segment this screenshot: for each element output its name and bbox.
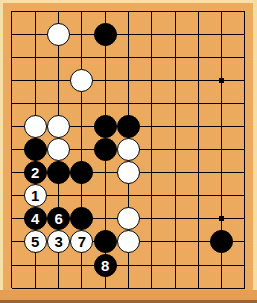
- white-stone: [70, 69, 93, 92]
- white-stone: 1: [24, 184, 47, 207]
- intersection[interactable]: [0, 69, 23, 92]
- move-number-label: 5: [31, 233, 39, 250]
- white-stone: [47, 138, 70, 161]
- intersection[interactable]: [163, 115, 186, 138]
- intersection[interactable]: [210, 207, 233, 230]
- intersection[interactable]: [0, 161, 23, 184]
- white-stone: [117, 138, 140, 161]
- black-stone: [94, 23, 117, 46]
- move-number-label: 8: [101, 257, 109, 274]
- black-stone: [210, 230, 233, 253]
- intersection[interactable]: [187, 184, 210, 207]
- white-stone: [47, 23, 70, 46]
- intersection[interactable]: [47, 0, 70, 23]
- intersection[interactable]: [0, 253, 23, 276]
- intersection[interactable]: [210, 69, 233, 92]
- intersection[interactable]: [233, 253, 256, 276]
- intersection[interactable]: [140, 69, 163, 92]
- move-number-label: 4: [31, 210, 39, 227]
- intersection[interactable]: [94, 46, 117, 69]
- intersection[interactable]: [0, 277, 23, 300]
- intersection[interactable]: [233, 46, 256, 69]
- intersection[interactable]: [47, 277, 70, 300]
- intersection[interactable]: [24, 115, 47, 138]
- star-point: [219, 216, 224, 221]
- intersection[interactable]: [24, 69, 47, 92]
- intersection[interactable]: [70, 0, 93, 23]
- intersection[interactable]: [187, 253, 210, 276]
- white-stone: 5: [24, 230, 47, 253]
- intersection[interactable]: [117, 277, 140, 300]
- black-stone: [94, 138, 117, 161]
- move-number-label: 1: [31, 187, 39, 204]
- intersection[interactable]: [117, 92, 140, 115]
- white-stone: [47, 115, 70, 138]
- white-stone: [117, 230, 140, 253]
- intersection[interactable]: [70, 115, 93, 138]
- intersection[interactable]: [94, 184, 117, 207]
- intersection[interactable]: [0, 207, 23, 230]
- intersection[interactable]: [94, 0, 117, 23]
- intersection[interactable]: [210, 138, 233, 161]
- intersection[interactable]: [233, 184, 256, 207]
- intersection[interactable]: [47, 69, 70, 92]
- intersection[interactable]: [24, 0, 47, 23]
- intersection[interactable]: [47, 138, 70, 161]
- intersection[interactable]: [47, 253, 70, 276]
- black-stone: [70, 207, 93, 230]
- white-stone: [117, 207, 140, 230]
- intersection[interactable]: [94, 115, 117, 138]
- intersection[interactable]: [140, 230, 163, 253]
- intersection[interactable]: [233, 92, 256, 115]
- intersection[interactable]: [163, 253, 186, 276]
- black-stone: [94, 115, 117, 138]
- black-stone: 6: [47, 207, 70, 230]
- black-stone: 2: [24, 161, 47, 184]
- intersection[interactable]: [187, 138, 210, 161]
- intersection[interactable]: [163, 161, 186, 184]
- intersection[interactable]: [140, 277, 163, 300]
- intersection[interactable]: [187, 23, 210, 46]
- intersection[interactable]: [210, 0, 233, 23]
- intersection[interactable]: [163, 23, 186, 46]
- black-stone: [94, 230, 117, 253]
- intersection[interactable]: [233, 0, 256, 23]
- intersection[interactable]: [163, 277, 186, 300]
- intersection[interactable]: [163, 69, 186, 92]
- white-stone: [24, 115, 47, 138]
- intersection[interactable]: [47, 92, 70, 115]
- intersection[interactable]: [47, 161, 70, 184]
- intersection[interactable]: [70, 161, 93, 184]
- intersection[interactable]: [187, 92, 210, 115]
- intersection[interactable]: [140, 23, 163, 46]
- intersection[interactable]: [70, 92, 93, 115]
- intersection[interactable]: [163, 0, 186, 23]
- intersection[interactable]: [117, 253, 140, 276]
- intersection[interactable]: [0, 115, 23, 138]
- intersection[interactable]: [24, 138, 47, 161]
- intersection[interactable]: [163, 138, 186, 161]
- intersection[interactable]: [210, 23, 233, 46]
- black-stone: 8: [94, 254, 117, 277]
- board-grid: 21465378: [0, 0, 256, 300]
- intersection[interactable]: [0, 23, 23, 46]
- intersection[interactable]: [94, 230, 117, 253]
- intersection[interactable]: 4: [24, 207, 47, 230]
- intersection[interactable]: [47, 184, 70, 207]
- intersection[interactable]: [233, 230, 256, 253]
- white-stone: 3: [47, 230, 70, 253]
- intersection[interactable]: [0, 230, 23, 253]
- intersection[interactable]: [210, 253, 233, 276]
- intersection[interactable]: [233, 69, 256, 92]
- black-stone: [24, 138, 47, 161]
- intersection[interactable]: [70, 69, 93, 92]
- intersection[interactable]: [94, 277, 117, 300]
- intersection[interactable]: [70, 138, 93, 161]
- intersection[interactable]: [210, 161, 233, 184]
- intersection[interactable]: [117, 161, 140, 184]
- intersection[interactable]: [47, 23, 70, 46]
- intersection[interactable]: [210, 92, 233, 115]
- intersection[interactable]: [117, 46, 140, 69]
- intersection[interactable]: [24, 277, 47, 300]
- intersection[interactable]: [94, 138, 117, 161]
- go-board: 21465378: [0, 0, 257, 303]
- black-stone: [47, 161, 70, 184]
- intersection[interactable]: [70, 207, 93, 230]
- intersection[interactable]: [70, 253, 93, 276]
- intersection[interactable]: [117, 115, 140, 138]
- move-number-label: 7: [78, 233, 86, 250]
- intersection[interactable]: [117, 23, 140, 46]
- intersection[interactable]: [187, 207, 210, 230]
- intersection[interactable]: [70, 184, 93, 207]
- intersection[interactable]: [94, 207, 117, 230]
- intersection[interactable]: [47, 115, 70, 138]
- intersection[interactable]: [210, 46, 233, 69]
- intersection[interactable]: 2: [24, 161, 47, 184]
- intersection[interactable]: [94, 69, 117, 92]
- intersection[interactable]: [140, 253, 163, 276]
- intersection[interactable]: [140, 207, 163, 230]
- intersection[interactable]: [233, 115, 256, 138]
- intersection[interactable]: [0, 184, 23, 207]
- intersection[interactable]: [233, 23, 256, 46]
- intersection[interactable]: [70, 46, 93, 69]
- intersection[interactable]: [0, 92, 23, 115]
- move-number-label: 2: [31, 164, 39, 181]
- intersection[interactable]: [187, 46, 210, 69]
- intersection[interactable]: 8: [94, 253, 117, 276]
- intersection[interactable]: [233, 207, 256, 230]
- intersection[interactable]: [24, 253, 47, 276]
- intersection[interactable]: 3: [47, 230, 70, 253]
- intersection[interactable]: [0, 46, 23, 69]
- intersection[interactable]: [140, 92, 163, 115]
- intersection[interactable]: [163, 184, 186, 207]
- intersection[interactable]: [117, 0, 140, 23]
- intersection[interactable]: [117, 184, 140, 207]
- intersection[interactable]: [140, 161, 163, 184]
- intersection[interactable]: [70, 23, 93, 46]
- intersection[interactable]: [140, 138, 163, 161]
- intersection[interactable]: [140, 46, 163, 69]
- intersection[interactable]: [187, 230, 210, 253]
- intersection[interactable]: [210, 184, 233, 207]
- intersection[interactable]: [24, 46, 47, 69]
- intersection[interactable]: 5: [24, 230, 47, 253]
- intersection[interactable]: [47, 46, 70, 69]
- intersection[interactable]: [70, 277, 93, 300]
- intersection[interactable]: [163, 230, 186, 253]
- intersection[interactable]: [233, 138, 256, 161]
- black-stone: [70, 161, 93, 184]
- intersection[interactable]: [24, 23, 47, 46]
- intersection[interactable]: [94, 161, 117, 184]
- intersection[interactable]: [94, 92, 117, 115]
- intersection[interactable]: [210, 115, 233, 138]
- intersection[interactable]: [94, 23, 117, 46]
- intersection[interactable]: [210, 230, 233, 253]
- intersection[interactable]: 6: [47, 207, 70, 230]
- move-number-label: 3: [54, 233, 62, 250]
- intersection[interactable]: [163, 46, 186, 69]
- intersection[interactable]: [187, 161, 210, 184]
- intersection[interactable]: [187, 0, 210, 23]
- intersection[interactable]: [140, 115, 163, 138]
- intersection[interactable]: [24, 92, 47, 115]
- intersection[interactable]: [210, 277, 233, 300]
- intersection[interactable]: [163, 207, 186, 230]
- intersection[interactable]: [117, 69, 140, 92]
- intersection[interactable]: [187, 69, 210, 92]
- intersection[interactable]: [233, 161, 256, 184]
- intersection[interactable]: [117, 138, 140, 161]
- intersection[interactable]: [0, 0, 23, 23]
- move-number-label: 6: [54, 210, 62, 227]
- intersection[interactable]: [140, 0, 163, 23]
- intersection[interactable]: 1: [24, 184, 47, 207]
- intersection[interactable]: 7: [70, 230, 93, 253]
- intersection[interactable]: [187, 115, 210, 138]
- intersection[interactable]: [187, 277, 210, 300]
- intersection[interactable]: [233, 277, 256, 300]
- intersection[interactable]: [163, 92, 186, 115]
- white-stone: [117, 161, 140, 184]
- black-stone: [117, 115, 140, 138]
- star-point: [219, 78, 224, 83]
- intersection[interactable]: [117, 207, 140, 230]
- black-stone: 4: [24, 207, 47, 230]
- white-stone: 7: [70, 230, 93, 253]
- intersection[interactable]: [0, 138, 23, 161]
- intersection[interactable]: [117, 230, 140, 253]
- intersection[interactable]: [140, 184, 163, 207]
